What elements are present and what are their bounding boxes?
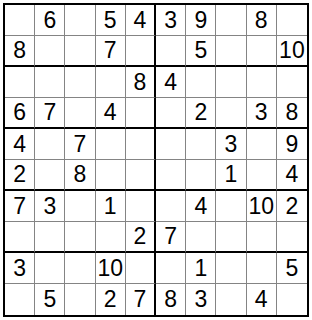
cell-r4c7[interactable]: 2 bbox=[186, 98, 216, 129]
cell-r2c3[interactable] bbox=[65, 36, 95, 67]
cell-r3c3[interactable] bbox=[65, 67, 95, 98]
cell-r8c1[interactable] bbox=[5, 222, 35, 253]
sudoku-board: 6543988751084674238473928147314102273101… bbox=[3, 3, 309, 317]
cell-r6c1[interactable]: 2 bbox=[5, 160, 35, 191]
cell-r7c1[interactable]: 7 bbox=[5, 191, 35, 222]
cell-r4c1[interactable]: 6 bbox=[5, 98, 35, 129]
cell-r3c4[interactable] bbox=[96, 67, 126, 98]
cell-r1c8[interactable] bbox=[216, 5, 246, 36]
cell-r6c5[interactable] bbox=[126, 160, 156, 191]
cell-r6c9[interactable] bbox=[247, 160, 277, 191]
cell-r2c8[interactable] bbox=[216, 36, 246, 67]
cell-r5c10[interactable]: 9 bbox=[277, 129, 307, 160]
cell-r3c6[interactable]: 4 bbox=[156, 67, 186, 98]
cell-r4c6[interactable] bbox=[156, 98, 186, 129]
cell-r8c3[interactable] bbox=[65, 222, 95, 253]
cell-r4c5[interactable] bbox=[126, 98, 156, 129]
cell-r10c7[interactable]: 3 bbox=[186, 284, 216, 315]
cell-r3c8[interactable] bbox=[216, 67, 246, 98]
cell-r7c5[interactable] bbox=[126, 191, 156, 222]
cell-r10c6[interactable]: 8 bbox=[156, 284, 186, 315]
cell-r8c8[interactable] bbox=[216, 222, 246, 253]
cell-r9c10[interactable]: 5 bbox=[277, 253, 307, 284]
cell-r1c4[interactable]: 5 bbox=[96, 5, 126, 36]
cell-r10c3[interactable] bbox=[65, 284, 95, 315]
cell-r7c8[interactable] bbox=[216, 191, 246, 222]
cell-r2c9[interactable] bbox=[247, 36, 277, 67]
cell-r9c8[interactable] bbox=[216, 253, 246, 284]
cell-r1c5[interactable]: 4 bbox=[126, 5, 156, 36]
cell-r4c4[interactable]: 4 bbox=[96, 98, 126, 129]
cell-r2c1[interactable]: 8 bbox=[5, 36, 35, 67]
cell-r4c8[interactable] bbox=[216, 98, 246, 129]
cell-r5c4[interactable] bbox=[96, 129, 126, 160]
cell-r1c2[interactable]: 6 bbox=[35, 5, 65, 36]
cell-r5c7[interactable] bbox=[186, 129, 216, 160]
cell-r2c5[interactable] bbox=[126, 36, 156, 67]
cell-r6c6[interactable] bbox=[156, 160, 186, 191]
cell-r8c4[interactable] bbox=[96, 222, 126, 253]
cell-r10c8[interactable] bbox=[216, 284, 246, 315]
cell-r10c10[interactable] bbox=[277, 284, 307, 315]
cell-r6c4[interactable] bbox=[96, 160, 126, 191]
cell-r10c5[interactable]: 7 bbox=[126, 284, 156, 315]
cell-r9c2[interactable] bbox=[35, 253, 65, 284]
cell-r4c2[interactable]: 7 bbox=[35, 98, 65, 129]
cell-r3c2[interactable] bbox=[35, 67, 65, 98]
cell-r6c2[interactable] bbox=[35, 160, 65, 191]
cell-r6c7[interactable] bbox=[186, 160, 216, 191]
cell-r10c9[interactable]: 4 bbox=[247, 284, 277, 315]
cell-r5c1[interactable]: 4 bbox=[5, 129, 35, 160]
cell-r2c4[interactable]: 7 bbox=[96, 36, 126, 67]
cell-r8c5[interactable]: 2 bbox=[126, 222, 156, 253]
cell-r10c2[interactable]: 5 bbox=[35, 284, 65, 315]
cell-r1c6[interactable]: 3 bbox=[156, 5, 186, 36]
cell-r2c10[interactable]: 10 bbox=[277, 36, 307, 67]
cell-r5c6[interactable] bbox=[156, 129, 186, 160]
cell-r7c4[interactable]: 1 bbox=[96, 191, 126, 222]
cell-r5c9[interactable] bbox=[247, 129, 277, 160]
cell-r5c5[interactable] bbox=[126, 129, 156, 160]
cell-r8c6[interactable]: 7 bbox=[156, 222, 186, 253]
cell-r1c7[interactable]: 9 bbox=[186, 5, 216, 36]
cell-r2c2[interactable] bbox=[35, 36, 65, 67]
cell-r4c10[interactable]: 8 bbox=[277, 98, 307, 129]
cell-r4c3[interactable] bbox=[65, 98, 95, 129]
cell-r6c10[interactable]: 4 bbox=[277, 160, 307, 191]
cell-r2c6[interactable] bbox=[156, 36, 186, 67]
cell-r6c8[interactable]: 1 bbox=[216, 160, 246, 191]
cell-r7c10[interactable]: 2 bbox=[277, 191, 307, 222]
cell-r9c3[interactable] bbox=[65, 253, 95, 284]
cell-r1c3[interactable] bbox=[65, 5, 95, 36]
cell-r9c7[interactable]: 1 bbox=[186, 253, 216, 284]
cell-r9c4[interactable]: 10 bbox=[96, 253, 126, 284]
cell-r5c3[interactable]: 7 bbox=[65, 129, 95, 160]
cell-r4c9[interactable]: 3 bbox=[247, 98, 277, 129]
cell-r9c5[interactable] bbox=[126, 253, 156, 284]
cell-r7c9[interactable]: 10 bbox=[247, 191, 277, 222]
cell-r3c5[interactable]: 8 bbox=[126, 67, 156, 98]
cell-r3c9[interactable] bbox=[247, 67, 277, 98]
cell-r9c6[interactable] bbox=[156, 253, 186, 284]
cell-r6c3[interactable]: 8 bbox=[65, 160, 95, 191]
cell-r2c7[interactable]: 5 bbox=[186, 36, 216, 67]
cell-r3c1[interactable] bbox=[5, 67, 35, 98]
cell-r1c1[interactable] bbox=[5, 5, 35, 36]
cell-r7c6[interactable] bbox=[156, 191, 186, 222]
cell-r1c10[interactable] bbox=[277, 5, 307, 36]
cell-r3c7[interactable] bbox=[186, 67, 216, 98]
cell-r8c10[interactable] bbox=[277, 222, 307, 253]
cell-r9c1[interactable]: 3 bbox=[5, 253, 35, 284]
cell-r10c4[interactable]: 2 bbox=[96, 284, 126, 315]
cell-r3c10[interactable] bbox=[277, 67, 307, 98]
cell-r8c2[interactable] bbox=[35, 222, 65, 253]
cell-r5c8[interactable]: 3 bbox=[216, 129, 246, 160]
cell-r7c7[interactable]: 4 bbox=[186, 191, 216, 222]
cell-r8c7[interactable] bbox=[186, 222, 216, 253]
cell-r5c2[interactable] bbox=[35, 129, 65, 160]
cell-r10c1[interactable] bbox=[5, 284, 35, 315]
cell-r7c2[interactable]: 3 bbox=[35, 191, 65, 222]
cell-r1c9[interactable]: 8 bbox=[247, 5, 277, 36]
cell-r8c9[interactable] bbox=[247, 222, 277, 253]
cell-r9c9[interactable] bbox=[247, 253, 277, 284]
cell-r7c3[interactable] bbox=[65, 191, 95, 222]
